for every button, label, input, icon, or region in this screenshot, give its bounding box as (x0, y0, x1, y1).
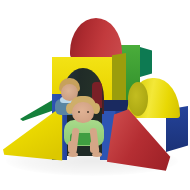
red-dome-block (70, 18, 122, 59)
yellow-half-cylinder-end-cap (128, 82, 148, 116)
girl-hand-left (68, 152, 78, 157)
girl-eye-left (78, 111, 80, 113)
product-photo-soft-play-set (0, 0, 190, 190)
girl-face (72, 102, 94, 123)
blue-block-shadow-band (100, 100, 128, 111)
green-cube-side-face (140, 47, 152, 77)
girl-hand-right (92, 152, 102, 157)
girl-eye-right (87, 111, 89, 113)
yellow-cube-side-face (112, 53, 126, 107)
yellow-wedge-ramp (3, 110, 64, 162)
